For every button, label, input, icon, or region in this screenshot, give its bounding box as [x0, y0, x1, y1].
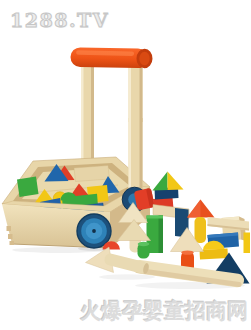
right-post-lower [129, 118, 143, 190]
product-photo: 1288.TV [0, 0, 250, 330]
pile-roof-green-half [153, 172, 168, 191]
pile-yellow-cylinder [195, 217, 207, 243]
tray-block-natural [74, 166, 110, 182]
pile-yellow-arch [200, 249, 229, 260]
watermark-site-name: 火爆孕婴童招商网 [80, 297, 248, 325]
watermark-1288tv: 1288.TV [10, 9, 109, 31]
front-wheel [77, 214, 111, 248]
toy-cart-illustration [0, 0, 250, 330]
left-post [81, 58, 94, 166]
tray-block-green-square [17, 177, 39, 198]
pile-roof-yellow-half [168, 172, 184, 191]
handle-bar [70, 47, 152, 68]
pile-yellow-edge-block [244, 233, 251, 254]
mallet-shadow [99, 274, 155, 280]
